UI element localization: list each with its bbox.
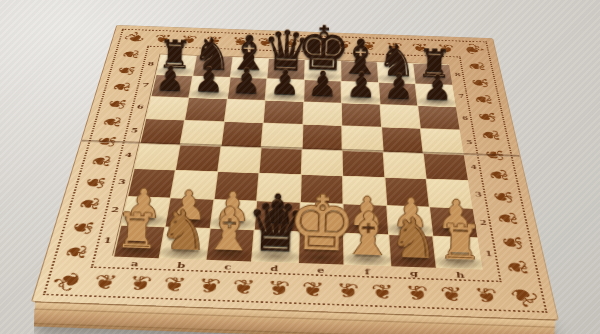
ornament-flourish-icon: ❦	[497, 235, 529, 251]
square-b6[interactable]	[185, 98, 226, 122]
ornament-flourish-icon: ❦	[103, 98, 131, 110]
ornament-flourish-icon: ❦	[301, 278, 324, 301]
piece-light-rook-h1[interactable]: ♜	[438, 218, 483, 267]
ornament-flourish-icon: ❦	[113, 65, 139, 76]
ornament-flourish-icon: ❦	[336, 279, 359, 302]
file-label-e-bottom: e	[317, 266, 324, 274]
ornament-flourish-icon: ❦	[467, 77, 493, 88]
square-f1[interactable]: ♝	[344, 233, 390, 265]
file-label-a-bottom: a	[130, 260, 139, 268]
ornament-flourish-icon: ❦	[477, 129, 505, 141]
piece-dark-pawn-e7[interactable]: ♟	[307, 66, 339, 101]
file-label-h-bottom: h	[456, 271, 466, 280]
piece-dark-pawn-b7[interactable]: ♟	[193, 62, 225, 97]
ornament-flourish-icon: ❦	[231, 276, 256, 299]
square-g1[interactable]: ♞	[389, 235, 436, 267]
piece-dark-pawn-f7[interactable]: ♟	[345, 68, 377, 103]
square-b7[interactable]: ♟	[189, 76, 229, 98]
board-tilt-wrapper: ❦❦❦❦❦❦❦❦❦❦❦❦ ❦❦❦❦❦❦❦❦❦❦❦❦ ❦❦❦❦❦❦❦❦❦❦❦ ❦❦…	[22, 0, 577, 334]
file-label-g-bottom: g	[410, 269, 419, 277]
square-e7[interactable]: ♟	[304, 80, 341, 102]
square-h6[interactable]	[418, 106, 459, 130]
chess-board: ❦❦❦❦❦❦❦❦❦❦❦❦ ❦❦❦❦❦❦❦❦❦❦❦❦ ❦❦❦❦❦❦❦❦❦❦❦ ❦❦…	[31, 25, 559, 320]
ornament-flourish-icon: ❦	[91, 271, 119, 294]
ornament-flourish-icon: ❦	[405, 281, 430, 304]
square-c7[interactable]: ♟	[227, 78, 266, 100]
playing-field: ♜♞♝♛♚♝♞♜♟♟♟♟♟♟♟♟♟♟♟♟♟♟♟♟♜♞♝♛♚♝♞♜	[113, 54, 483, 269]
square-b4[interactable]	[176, 145, 220, 172]
ornament-flourish-icon: ❦	[126, 272, 153, 295]
piece-dark-pawn-d7[interactable]: ♟	[269, 65, 301, 100]
rank-label-7-right: 7	[458, 93, 465, 98]
ornament-border-bottom: ❦❦❦❦❦❦❦❦❦❦❦❦	[86, 268, 505, 310]
ornament-flourish-icon: ❦	[266, 277, 290, 300]
ornament-flourish-icon: ❦	[501, 259, 534, 276]
ornament-flourish-icon: ❦	[480, 148, 508, 161]
piece-dark-pawn-a7[interactable]: ♟	[155, 61, 187, 96]
ornament-flourish-icon: ❦	[439, 283, 464, 306]
square-a7[interactable]: ♟	[151, 75, 192, 97]
ornament-flourish-icon: ❦	[488, 189, 518, 203]
ornament-flourish-icon: ❦	[370, 280, 394, 303]
rank-label-1-left: 1	[103, 236, 113, 244]
square-h1[interactable]: ♜	[433, 237, 482, 269]
square-g7[interactable]: ♟	[379, 83, 418, 105]
piece-dark-pawn-h7[interactable]: ♟	[421, 70, 453, 105]
rank-label-3-right: 3	[475, 191, 483, 197]
ornament-flourish-icon: ❦	[118, 49, 144, 59]
square-d6[interactable]	[264, 100, 303, 124]
rank-label-6-left: 6	[136, 104, 144, 110]
rank-label-4-left: 4	[124, 152, 133, 159]
piece-dark-pawn-g7[interactable]: ♟	[383, 69, 415, 104]
square-a6[interactable]	[146, 96, 188, 120]
ornament-flourish-icon: ❦	[161, 273, 187, 296]
rank-label-4-right: 4	[470, 164, 477, 170]
ornament-flourish-icon: ❦	[474, 111, 501, 123]
corner-ornament-icon: ❦	[497, 278, 550, 317]
square-d4[interactable]	[260, 148, 302, 175]
square-a5[interactable]	[140, 119, 184, 144]
ornament-flourish-icon: ❦	[196, 274, 221, 297]
ornament-flourish-icon: ❦	[66, 220, 99, 235]
square-h7[interactable]: ♟	[416, 84, 456, 106]
rank-label-8-right: 8	[455, 72, 461, 77]
perspective-container: ❦❦❦❦❦❦❦❦❦❦❦❦ ❦❦❦❦❦❦❦❦❦❦❦❦ ❦❦❦❦❦❦❦❦❦❦❦ ❦❦…	[22, 0, 577, 334]
square-f6[interactable]	[342, 103, 381, 127]
ornament-flourish-icon: ❦	[464, 61, 489, 71]
square-c4[interactable]	[218, 146, 261, 173]
ornament-flourish-icon: ❦	[108, 81, 135, 92]
square-e6[interactable]	[303, 102, 341, 126]
square-e5[interactable]	[302, 125, 341, 150]
ornament-flourish-icon: ❦	[473, 284, 499, 307]
square-g5[interactable]	[382, 127, 423, 152]
piece-dark-pawn-c7[interactable]: ♟	[231, 64, 263, 99]
rank-label-7-left: 7	[142, 82, 150, 88]
ornament-flourish-icon: ❦	[484, 168, 513, 182]
ornament-flourish-icon: ❦	[86, 155, 116, 168]
square-e4[interactable]	[301, 149, 342, 176]
rank-label-6-right: 6	[462, 116, 469, 121]
square-c5[interactable]	[221, 122, 262, 147]
square-f7[interactable]: ♟	[341, 81, 379, 103]
square-a1[interactable]: ♜	[114, 226, 165, 258]
square-h5[interactable]	[421, 129, 463, 154]
ornament-flourish-icon: ❦	[92, 135, 121, 148]
square-d7[interactable]: ♟	[266, 79, 304, 101]
piece-light-bishop-f1[interactable]: ♝	[340, 203, 395, 264]
ornament-flourish-icon: ❦	[73, 197, 105, 212]
square-c6[interactable]	[224, 99, 264, 123]
file-label-c-bottom: c	[224, 263, 232, 271]
rank-label-5-right: 5	[466, 139, 473, 145]
ornament-flourish-icon: ❦	[492, 211, 523, 226]
square-h4[interactable]	[424, 153, 468, 180]
background-surface: ❦❦❦❦❦❦❦❦❦❦❦❦ ❦❦❦❦❦❦❦❦❦❦❦❦ ❦❦❦❦❦❦❦❦❦❦❦ ❦❦…	[0, 0, 600, 334]
piece-light-knight-g1[interactable]: ♞	[389, 210, 440, 266]
board-front-edge	[34, 301, 555, 334]
rank-label-1-right: 1	[485, 250, 493, 257]
piece-light-rook-a1[interactable]: ♜	[115, 207, 160, 256]
square-f5[interactable]	[342, 126, 382, 151]
file-label-b-bottom: b	[177, 261, 186, 269]
file-label-f-bottom: f	[365, 268, 370, 276]
corner-ornament-icon: ❦	[42, 262, 95, 300]
square-e1[interactable]: ♚	[298, 232, 343, 264]
square-f4[interactable]	[343, 150, 384, 177]
rank-label-5-left: 5	[130, 127, 138, 133]
square-d5[interactable]	[262, 123, 302, 148]
ornament-flourish-icon: ❦	[98, 116, 126, 128]
rank-label-3-left: 3	[118, 178, 127, 185]
rank-label-8-left: 8	[147, 62, 155, 67]
ornament-flourish-icon: ❦	[80, 175, 111, 189]
square-b5[interactable]	[181, 121, 224, 146]
file-label-d-bottom: d	[270, 264, 279, 272]
square-g6[interactable]	[380, 104, 420, 128]
corner-ornament-icon: ❦	[116, 27, 155, 48]
corner-ornament-icon: ❦	[454, 39, 493, 60]
square-g4[interactable]	[383, 152, 425, 179]
square-a4[interactable]	[134, 143, 179, 169]
ornament-flourish-icon: ❦	[59, 244, 93, 260]
ornament-flourish-icon: ❦	[470, 94, 496, 105]
